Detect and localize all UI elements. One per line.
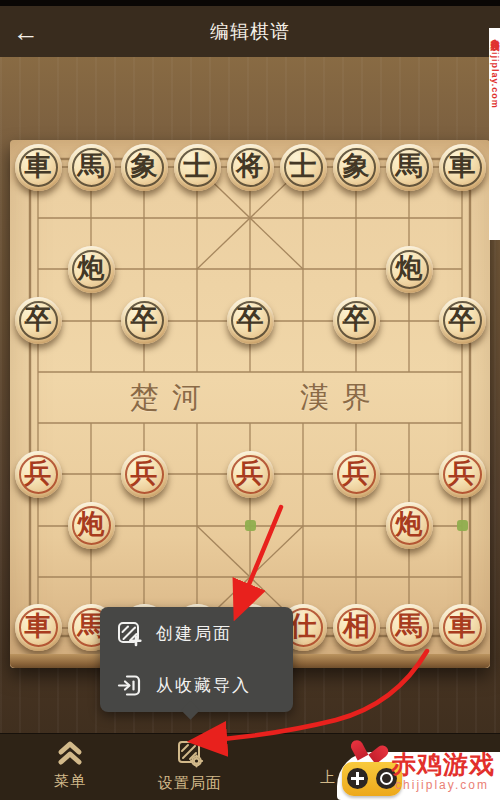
watermark-brand: 赤鸡游戏 — [490, 32, 500, 36]
piece-red-elephant[interactable]: 相 — [333, 604, 380, 651]
point-marker — [245, 520, 256, 531]
piece-red-cannon[interactable]: 炮 — [68, 502, 115, 549]
piece-black-chariot[interactable]: 車 — [439, 144, 486, 191]
tab-setup-position[interactable]: 设置局面 — [140, 740, 240, 793]
watermark-site: chijiplay.com — [490, 40, 500, 109]
piece-black-cannon[interactable]: 炮 — [386, 246, 433, 293]
bottom-watermark: 赤鸡游戏 chijiplay.com — [300, 734, 500, 800]
piece-red-chariot[interactable]: 車 — [15, 604, 62, 651]
heart-icon — [356, 734, 384, 761]
piece-red-soldier[interactable]: 兵 — [227, 451, 274, 498]
screen: ← 编辑棋谱 — [0, 0, 500, 800]
setup-board-gear-icon — [175, 740, 205, 768]
piece-black-general[interactable]: 将 — [227, 144, 274, 191]
watermark-site: chijiplay.com — [390, 778, 494, 792]
create-position-icon — [116, 620, 143, 647]
import-from-favorites-icon — [116, 672, 143, 699]
setup-popup-menu: 创建局面 从收藏导入 — [100, 607, 293, 712]
piece-red-soldier[interactable]: 兵 — [15, 451, 62, 498]
watermark-brand: 赤鸡游戏 — [390, 748, 496, 781]
tab-label: 菜单 — [30, 772, 110, 791]
piece-black-soldier[interactable]: 卒 — [227, 297, 274, 344]
piece-black-chariot[interactable]: 車 — [15, 144, 62, 191]
menu-item-create-position[interactable]: 创建局面 — [100, 607, 293, 659]
piece-red-chariot[interactable]: 車 — [439, 604, 486, 651]
river-label-chu-he: 楚河 — [112, 378, 232, 418]
page-title: 编辑棋谱 — [0, 19, 500, 45]
piece-black-advisor[interactable]: 士 — [280, 144, 327, 191]
tab-label: 设置局面 — [140, 774, 240, 793]
piece-black-elephant[interactable]: 象 — [333, 144, 380, 191]
xiangqi-board[interactable]: 楚河 漢界 車馬象士将士象馬車炮炮卒卒卒卒卒兵兵兵兵兵炮炮車馬相仕帅仕相馬車 — [10, 140, 490, 668]
piece-black-soldier[interactable]: 卒 — [15, 297, 62, 344]
piece-black-horse[interactable]: 馬 — [386, 144, 433, 191]
piece-black-horse[interactable]: 馬 — [68, 144, 115, 191]
menu-item-import-from-favorites[interactable]: 从收藏导入 — [100, 659, 293, 711]
board-grid — [10, 140, 490, 668]
point-marker — [457, 520, 468, 531]
side-watermark: 赤鸡游戏 chijiplay.com — [489, 28, 500, 240]
tab-menu[interactable]: 菜单 — [30, 740, 110, 791]
header: ← 编辑棋谱 — [0, 6, 500, 57]
menu-chevrons-icon — [56, 740, 84, 766]
piece-red-horse[interactable]: 馬 — [386, 604, 433, 651]
piece-red-cannon[interactable]: 炮 — [386, 502, 433, 549]
piece-black-advisor[interactable]: 士 — [174, 144, 221, 191]
piece-red-soldier[interactable]: 兵 — [121, 451, 168, 498]
piece-black-soldier[interactable]: 卒 — [121, 297, 168, 344]
piece-red-soldier[interactable]: 兵 — [333, 451, 380, 498]
piece-black-soldier[interactable]: 卒 — [333, 297, 380, 344]
piece-black-soldier[interactable]: 卒 — [439, 297, 486, 344]
piece-red-soldier[interactable]: 兵 — [439, 451, 486, 498]
menu-item-label: 从收藏导入 — [156, 674, 251, 697]
menu-item-label: 创建局面 — [156, 622, 232, 645]
piece-black-cannon[interactable]: 炮 — [68, 246, 115, 293]
piece-black-elephant[interactable]: 象 — [121, 144, 168, 191]
river-label-han-jie: 漢界 — [282, 378, 402, 418]
